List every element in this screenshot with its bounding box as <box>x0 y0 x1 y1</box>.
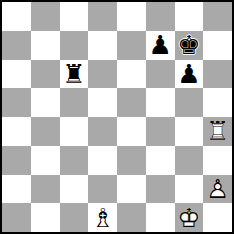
black-rook[interactable]: ♜ <box>60 60 89 89</box>
square-a7[interactable] <box>2 31 31 60</box>
square-b1[interactable] <box>31 203 60 232</box>
square-b7[interactable] <box>31 31 60 60</box>
black-king-glyph: ♚ <box>175 31 204 60</box>
square-a2[interactable] <box>2 175 31 204</box>
square-e5[interactable] <box>117 88 146 117</box>
square-h6[interactable] <box>203 60 232 89</box>
chess-board: ♟♚♜♟♜♖♟♙♝♗♚♔ <box>0 0 234 234</box>
square-b5[interactable] <box>31 88 60 117</box>
square-d1[interactable]: ♝♗ <box>88 203 117 232</box>
square-h8[interactable] <box>203 2 232 31</box>
square-f7[interactable]: ♟ <box>146 31 175 60</box>
square-g3[interactable] <box>175 146 204 175</box>
square-f1[interactable] <box>146 203 175 232</box>
square-a4[interactable] <box>2 117 31 146</box>
square-d4[interactable] <box>88 117 117 146</box>
square-e2[interactable] <box>117 175 146 204</box>
square-c2[interactable] <box>60 175 89 204</box>
square-g1[interactable]: ♚♔ <box>175 203 204 232</box>
square-h7[interactable] <box>203 31 232 60</box>
square-c6[interactable]: ♜ <box>60 60 89 89</box>
square-g4[interactable] <box>175 117 204 146</box>
square-a8[interactable] <box>2 2 31 31</box>
square-e3[interactable] <box>117 146 146 175</box>
square-f6[interactable] <box>146 60 175 89</box>
square-c7[interactable] <box>60 31 89 60</box>
square-a6[interactable] <box>2 60 31 89</box>
white-rook-outline-glyph: ♖ <box>203 117 232 146</box>
square-c5[interactable] <box>60 88 89 117</box>
square-a5[interactable] <box>2 88 31 117</box>
black-pawn[interactable]: ♟ <box>146 31 175 60</box>
square-d7[interactable] <box>88 31 117 60</box>
square-e7[interactable] <box>117 31 146 60</box>
square-c1[interactable] <box>60 203 89 232</box>
black-pawn-glyph: ♟ <box>146 31 175 60</box>
square-b2[interactable] <box>31 175 60 204</box>
square-h5[interactable] <box>203 88 232 117</box>
square-b3[interactable] <box>31 146 60 175</box>
square-g2[interactable] <box>175 175 204 204</box>
black-king[interactable]: ♚ <box>175 31 204 60</box>
black-pawn[interactable]: ♟ <box>175 60 204 89</box>
square-a3[interactable] <box>2 146 31 175</box>
square-d2[interactable] <box>88 175 117 204</box>
square-g8[interactable] <box>175 2 204 31</box>
square-g6[interactable]: ♟ <box>175 60 204 89</box>
square-b4[interactable] <box>31 117 60 146</box>
black-pawn-glyph: ♟ <box>175 60 204 89</box>
square-h2[interactable]: ♟♙ <box>203 175 232 204</box>
square-e4[interactable] <box>117 117 146 146</box>
square-c3[interactable] <box>60 146 89 175</box>
square-b6[interactable] <box>31 60 60 89</box>
square-c4[interactable] <box>60 117 89 146</box>
white-bishop[interactable]: ♝♗ <box>88 203 117 232</box>
square-b8[interactable] <box>31 2 60 31</box>
square-a1[interactable] <box>2 203 31 232</box>
square-h3[interactable] <box>203 146 232 175</box>
square-f3[interactable] <box>146 146 175 175</box>
white-rook[interactable]: ♜♖ <box>203 117 232 146</box>
white-bishop-outline-glyph: ♗ <box>88 203 117 232</box>
square-d5[interactable] <box>88 88 117 117</box>
square-h1[interactable] <box>203 203 232 232</box>
square-d3[interactable] <box>88 146 117 175</box>
square-d6[interactable] <box>88 60 117 89</box>
square-h4[interactable]: ♜♖ <box>203 117 232 146</box>
white-king[interactable]: ♚♔ <box>175 203 204 232</box>
square-c8[interactable] <box>60 2 89 31</box>
white-pawn[interactable]: ♟♙ <box>203 175 232 204</box>
square-e6[interactable] <box>117 60 146 89</box>
square-g7[interactable]: ♚ <box>175 31 204 60</box>
square-g5[interactable] <box>175 88 204 117</box>
square-d8[interactable] <box>88 2 117 31</box>
square-f4[interactable] <box>146 117 175 146</box>
white-king-outline-glyph: ♔ <box>175 203 204 232</box>
black-rook-glyph: ♜ <box>60 60 89 89</box>
square-e1[interactable] <box>117 203 146 232</box>
square-f2[interactable] <box>146 175 175 204</box>
white-pawn-outline-glyph: ♙ <box>203 175 232 204</box>
square-f5[interactable] <box>146 88 175 117</box>
square-f8[interactable] <box>146 2 175 31</box>
square-e8[interactable] <box>117 2 146 31</box>
